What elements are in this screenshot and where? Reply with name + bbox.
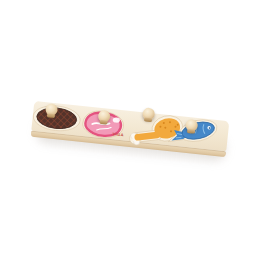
drumstick-piece[interactable]	[130, 111, 184, 150]
product-photo: VIGA	[0, 0, 254, 261]
